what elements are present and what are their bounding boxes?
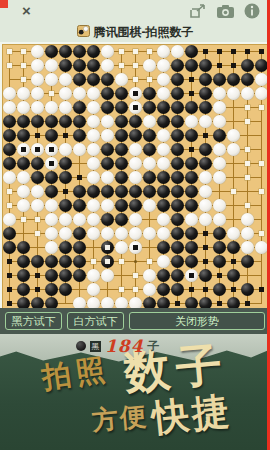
white-stone	[87, 269, 100, 282]
white-stone	[185, 115, 198, 128]
score-badge: 黑	[90, 341, 101, 352]
white-stone	[115, 227, 128, 240]
black-territory-marker	[175, 301, 180, 306]
black-stone	[171, 115, 184, 128]
black-stone	[185, 129, 198, 142]
white-stone	[143, 115, 156, 128]
share-icon[interactable]	[190, 4, 207, 19]
black-stone	[17, 283, 30, 296]
black-stone	[59, 269, 72, 282]
close-analysis-button[interactable]: 关闭形势	[129, 312, 265, 330]
white-territory-marker	[7, 189, 12, 194]
black-stone	[129, 129, 142, 142]
black-stone	[115, 213, 128, 226]
white-stone	[87, 115, 100, 128]
black-stone	[115, 157, 128, 170]
white-stone	[101, 45, 114, 58]
black-stone	[3, 241, 16, 254]
black-stone	[143, 171, 156, 184]
white-stone	[101, 115, 114, 128]
black-stone	[73, 45, 86, 58]
white-territory-marker	[35, 231, 40, 236]
white-stone	[157, 227, 170, 240]
black-stone	[73, 255, 86, 268]
black-stone	[185, 199, 198, 212]
black-stone	[241, 73, 254, 86]
white-stone	[157, 73, 170, 86]
black-stone	[185, 59, 198, 72]
black-stone	[157, 241, 170, 254]
white-territory-marker	[245, 105, 250, 110]
black-stone	[157, 171, 170, 184]
black-territory-marker	[217, 273, 222, 278]
white-stone	[129, 171, 142, 184]
white-stone	[213, 143, 226, 156]
white-territory-marker	[259, 105, 264, 110]
black-stone	[129, 115, 142, 128]
black-stone	[213, 129, 226, 142]
black-stone	[3, 143, 16, 156]
white-stone	[45, 59, 58, 72]
black-stone	[115, 185, 128, 198]
black-stone	[45, 283, 58, 296]
black-stone-dead	[101, 241, 114, 254]
black-stone	[45, 45, 58, 58]
black-stone	[73, 59, 86, 72]
black-territory-marker	[245, 301, 250, 306]
dead-stone-marker	[21, 147, 26, 152]
white-territory-marker	[133, 63, 138, 68]
white-territory-marker	[119, 49, 124, 54]
black-territory-marker	[63, 133, 68, 138]
white-stone	[129, 227, 142, 240]
black-stone	[185, 45, 198, 58]
black-stone	[115, 115, 128, 128]
white-stone	[157, 59, 170, 72]
white-stone	[157, 255, 170, 268]
white-stone	[31, 185, 44, 198]
black-stone	[101, 213, 114, 226]
dead-stone-marker	[189, 273, 194, 278]
black-stone	[143, 129, 156, 142]
white-territory-marker	[245, 175, 250, 180]
info-icon[interactable]	[244, 3, 260, 19]
white-stone	[199, 213, 212, 226]
white-stone	[31, 87, 44, 100]
white-territory-marker	[259, 231, 264, 236]
white-territory-marker	[119, 287, 124, 292]
black-stone	[115, 129, 128, 142]
white-territory-marker	[133, 77, 138, 82]
white-stone-dead	[17, 143, 30, 156]
white-stone	[3, 87, 16, 100]
white-stone	[213, 199, 226, 212]
black-stone	[157, 185, 170, 198]
black-stone	[31, 171, 44, 184]
black-stone	[73, 129, 86, 142]
white-stone	[129, 157, 142, 170]
white-stone	[199, 171, 212, 184]
white-stone	[157, 213, 170, 226]
score-value: 184	[105, 336, 144, 356]
white-stone	[3, 171, 16, 184]
white-stone	[101, 269, 114, 282]
white-territory-marker	[119, 259, 124, 264]
white-territory-marker	[133, 49, 138, 54]
black-territory-marker	[259, 287, 264, 292]
white-stone	[31, 45, 44, 58]
black-stone	[143, 143, 156, 156]
white-territory-marker	[245, 119, 250, 124]
white-territory-marker	[147, 259, 152, 264]
white-stone	[87, 199, 100, 212]
white-stone-dead	[129, 101, 142, 114]
white-territory-marker	[245, 147, 250, 152]
black-stone	[101, 87, 114, 100]
white-stone	[213, 101, 226, 114]
black-territory-marker	[203, 259, 208, 264]
white-stone	[185, 213, 198, 226]
star-point	[134, 260, 137, 263]
title-bar: 腾讯围棋-拍照数子	[0, 22, 270, 42]
white-stone	[17, 87, 30, 100]
black-territory-marker	[189, 91, 194, 96]
black-stone	[101, 73, 114, 86]
white-stone	[101, 59, 114, 72]
white-stone	[227, 227, 240, 240]
black-stone	[199, 73, 212, 86]
white-stone	[87, 87, 100, 100]
white-stone	[45, 241, 58, 254]
black-stone	[59, 255, 72, 268]
white-territory-marker	[21, 217, 26, 222]
black-stone	[213, 73, 226, 86]
black-stone	[101, 157, 114, 170]
black-stone	[171, 73, 184, 86]
black-stone	[45, 269, 58, 282]
white-stone	[199, 199, 212, 212]
black-territory-marker	[7, 273, 12, 278]
white-stone	[45, 73, 58, 86]
white-territory-marker	[133, 273, 138, 278]
black-stone	[3, 115, 16, 128]
white-stone	[87, 157, 100, 170]
dead-stone-marker	[133, 105, 138, 110]
black-stone	[171, 87, 184, 100]
banner-text-paizhao: 拍照	[40, 349, 113, 398]
black-stone	[17, 255, 30, 268]
black-stone	[101, 101, 114, 114]
black-stone	[171, 129, 184, 142]
white-stone	[59, 101, 72, 114]
white-territory-marker	[119, 63, 124, 68]
white-stone	[87, 129, 100, 142]
score-line: 黑 184 子	[76, 336, 160, 356]
white-territory-marker	[21, 49, 26, 54]
black-stone	[171, 59, 184, 72]
black-stone	[185, 101, 198, 114]
promo-banner: 黑 184 子 拍照 数子 方便 快捷	[0, 334, 270, 450]
black-stone	[171, 157, 184, 170]
bottom-button-bar: 黑方试下 白方试下 关闭形势	[0, 308, 270, 334]
black-stone	[171, 283, 184, 296]
black-stone	[185, 255, 198, 268]
black-stone	[45, 185, 58, 198]
white-stone-dead	[31, 143, 44, 156]
black-territory-marker	[35, 273, 40, 278]
close-icon[interactable]: ×	[22, 2, 31, 19]
black-territory-marker	[203, 49, 208, 54]
white-stone	[143, 157, 156, 170]
black-stone	[115, 87, 128, 100]
black-stone	[157, 199, 170, 212]
white-territory-marker	[147, 77, 152, 82]
dead-stone-marker	[133, 245, 138, 250]
black-stone	[17, 269, 30, 282]
white-stone-dead	[185, 269, 198, 282]
black-stone	[213, 255, 226, 268]
white-stone	[87, 101, 100, 114]
black-stone	[227, 269, 240, 282]
banner-text-fangbian: 方便	[91, 399, 150, 439]
black-stone	[59, 171, 72, 184]
black-territory-marker	[245, 49, 250, 54]
black-stone	[59, 157, 72, 170]
black-stone	[73, 241, 86, 254]
black-stone	[199, 59, 212, 72]
black-stone	[45, 255, 58, 268]
top-bar: ×	[0, 0, 270, 22]
white-stone	[213, 213, 226, 226]
page-title: 腾讯围棋-拍照数子	[94, 24, 194, 41]
white-stone	[213, 115, 226, 128]
white-stone	[73, 87, 86, 100]
white-stone	[227, 143, 240, 156]
white-stone	[157, 157, 170, 170]
white-stone	[213, 87, 226, 100]
white-stone	[115, 73, 128, 86]
white-stone	[31, 199, 44, 212]
black-stone	[157, 269, 170, 282]
white-territory-marker	[245, 161, 250, 166]
black-territory-marker	[63, 189, 68, 194]
black-stone	[73, 73, 86, 86]
white-stone	[31, 101, 44, 114]
black-stone	[17, 115, 30, 128]
white-stone	[157, 87, 170, 100]
black-territory-marker	[35, 287, 40, 292]
white-stone-dead	[129, 241, 142, 254]
white-stone	[129, 143, 142, 156]
black-stone	[171, 171, 184, 184]
black-stone	[213, 227, 226, 240]
black-stone	[199, 157, 212, 170]
black-stone	[73, 115, 86, 128]
black-stone	[17, 241, 30, 254]
black-stone	[87, 73, 100, 86]
black-stone	[185, 157, 198, 170]
black-territory-marker	[259, 49, 264, 54]
white-territory-marker	[133, 287, 138, 292]
white-stone	[143, 199, 156, 212]
black-stone	[59, 283, 72, 296]
black-stone	[3, 129, 16, 142]
red-edge-accent	[267, 0, 270, 450]
white-stone	[45, 101, 58, 114]
white-stone	[87, 283, 100, 296]
go-board[interactable]	[2, 44, 268, 310]
white-stone	[3, 213, 16, 226]
white-stone	[59, 143, 72, 156]
white-stone-dead	[45, 157, 58, 170]
white-stone	[87, 143, 100, 156]
white-stone	[171, 45, 184, 58]
black-territory-marker	[217, 63, 222, 68]
black-stone	[241, 59, 254, 72]
white-territory-marker	[21, 77, 26, 82]
white-stone	[199, 115, 212, 128]
black-stone	[73, 199, 86, 212]
white-stone	[241, 213, 254, 226]
white-stone	[227, 129, 240, 142]
black-stone	[87, 45, 100, 58]
black-stone	[115, 143, 128, 156]
black-stone	[101, 143, 114, 156]
app-screen: { "app": { "title": "腾讯围棋-拍照数子" }, "topb…	[0, 0, 270, 450]
white-stone	[87, 171, 100, 184]
white-stone	[59, 213, 72, 226]
black-stone	[101, 185, 114, 198]
white-stone-dead	[45, 143, 58, 156]
black-stone	[59, 241, 72, 254]
dead-stone-marker	[49, 161, 54, 166]
dead-stone-marker	[49, 147, 54, 152]
black-stone	[115, 171, 128, 184]
white-stone	[87, 213, 100, 226]
black-stone	[157, 101, 170, 114]
black-stone	[73, 185, 86, 198]
white-stone	[59, 227, 72, 240]
black-stone	[185, 241, 198, 254]
dead-stone-marker	[105, 245, 110, 250]
white-territory-marker	[7, 49, 12, 54]
black-stone	[185, 185, 198, 198]
black-stone	[73, 227, 86, 240]
black-stone	[241, 283, 254, 296]
white-territory-marker	[91, 259, 96, 264]
black-territory-marker	[203, 231, 208, 236]
black-stone	[45, 115, 58, 128]
white-stone	[101, 171, 114, 184]
black-stone	[157, 283, 170, 296]
black-stone	[241, 255, 254, 268]
black-territory-marker	[231, 63, 236, 68]
white-territory-marker	[35, 217, 40, 222]
black-stone	[129, 185, 142, 198]
banner-text-kuaijie: 快捷	[150, 386, 235, 444]
black-stone	[59, 199, 72, 212]
black-territory-marker	[35, 133, 40, 138]
black-stone	[59, 59, 72, 72]
dead-stone-marker	[133, 91, 138, 96]
white-stone	[143, 227, 156, 240]
red-corner-accent	[0, 0, 8, 8]
black-stone	[171, 199, 184, 212]
black-stone	[171, 255, 184, 268]
black-territory-marker	[77, 175, 82, 180]
white-stone	[101, 199, 114, 212]
white-try-move-button[interactable]: 白方试下	[67, 312, 124, 330]
black-stone	[227, 73, 240, 86]
black-stone	[199, 101, 212, 114]
white-stone	[241, 241, 254, 254]
camera-icon[interactable]	[216, 4, 235, 19]
black-territory-marker	[7, 287, 12, 292]
white-territory-marker	[7, 203, 12, 208]
black-territory-marker	[189, 77, 194, 82]
dead-stone-marker	[35, 147, 40, 152]
white-stone	[143, 269, 156, 282]
white-stone	[45, 213, 58, 226]
black-stone	[171, 213, 184, 226]
black-territory-marker	[189, 287, 194, 292]
white-stone	[87, 227, 100, 240]
white-stone	[31, 73, 44, 86]
white-stone	[59, 73, 72, 86]
black-stone	[73, 101, 86, 114]
white-stone	[241, 87, 254, 100]
white-territory-marker	[147, 49, 152, 54]
black-stone	[59, 115, 72, 128]
white-stone	[45, 199, 58, 212]
black-territory-marker	[203, 287, 208, 292]
black-stone	[17, 129, 30, 142]
white-stone	[241, 227, 254, 240]
black-stone	[73, 269, 86, 282]
black-try-move-button[interactable]: 黑方试下	[5, 312, 62, 330]
white-territory-marker	[21, 63, 26, 68]
black-stone	[45, 171, 58, 184]
black-territory-marker	[7, 259, 12, 264]
black-stone	[3, 157, 16, 170]
black-territory-marker	[203, 245, 208, 250]
black-stone	[115, 199, 128, 212]
black-stone	[129, 199, 142, 212]
white-territory-marker	[49, 91, 54, 96]
white-stone	[157, 45, 170, 58]
black-stone	[213, 283, 226, 296]
white-territory-marker	[259, 189, 264, 194]
white-stone	[73, 143, 86, 156]
white-stone	[143, 283, 156, 296]
goban-icon	[77, 23, 90, 41]
black-territory-marker	[7, 301, 12, 306]
black-stone	[171, 101, 184, 114]
white-stone	[199, 185, 212, 198]
black-territory-marker	[189, 147, 194, 152]
black-stone	[185, 171, 198, 184]
dead-stone-marker	[105, 259, 110, 264]
black-territory-marker	[203, 133, 208, 138]
black-stone	[199, 269, 212, 282]
white-territory-marker	[245, 203, 250, 208]
black-stone	[171, 227, 184, 240]
black-stone	[171, 143, 184, 156]
black-territory-marker	[217, 49, 222, 54]
black-stone	[59, 45, 72, 58]
white-stone	[17, 101, 30, 114]
black-stone	[199, 87, 212, 100]
